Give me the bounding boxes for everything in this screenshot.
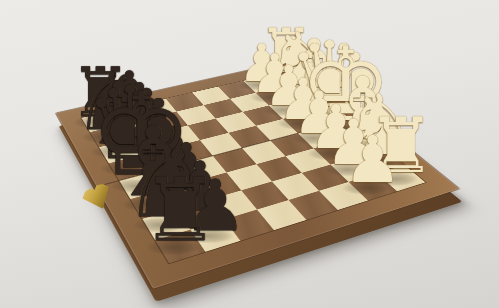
black-rook-h8: ♜ [141, 167, 219, 253]
white-pawn-h2: ♟ [344, 128, 402, 193]
photo-scene: ♜♟♞♟♝♟♟♛♜♟♟♚♞♟♟♝♝♟♟♞♛♟♟♜♚♟♟♝♟♞♟♜ [0, 0, 499, 308]
